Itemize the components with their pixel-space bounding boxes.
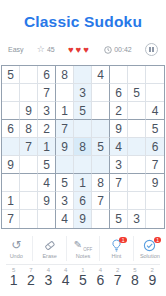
numpad-8[interactable]: 58 — [127, 267, 142, 288]
cell-r5c3[interactable]: 1 — [38, 138, 56, 156]
cell-r9c2[interactable] — [20, 210, 38, 228]
numpad-6-digit: 6 — [96, 273, 104, 288]
cell-r7c5[interactable]: 1 — [74, 174, 92, 192]
pause-button[interactable] — [145, 43, 158, 56]
numpad-7-digit: 7 — [114, 273, 122, 288]
erase-label: Erase — [42, 253, 56, 259]
cell-r7c6[interactable]: 8 — [92, 174, 110, 192]
cell-r9c6[interactable] — [92, 210, 110, 228]
cell-r7c8[interactable] — [128, 174, 146, 192]
toolbar: ↺ Undo Erase ✎OFF Notes 1 Hint 1 Soluti — [0, 236, 166, 261]
hint-badge: 1 — [119, 237, 127, 244]
cell-r4c9[interactable]: 5 — [146, 120, 164, 138]
timer: 00:42 — [104, 46, 132, 54]
page-title: Classic Sudoku — [0, 0, 166, 31]
solution-badge: 1 — [154, 237, 162, 244]
hint-button[interactable]: 1 Hint — [100, 236, 133, 261]
lightbulb-icon: 1 — [111, 239, 122, 252]
numpad-8-digit: 8 — [131, 273, 139, 288]
cell-r3c7[interactable]: 2 — [110, 102, 128, 120]
lives-hearts: ♥♥♥ — [68, 45, 91, 55]
cell-r7c4[interactable]: 5 — [56, 174, 74, 192]
cell-r4c7[interactable]: 9 — [110, 120, 128, 138]
cell-r8c8[interactable] — [128, 192, 146, 210]
solution-label: Solution — [140, 253, 160, 259]
numpad-5-digit: 5 — [79, 273, 87, 288]
cell-r8c3[interactable]: 9 — [38, 192, 56, 210]
cell-r9c5[interactable]: 9 — [74, 210, 92, 228]
notes-button[interactable]: ✎OFF Notes — [67, 236, 100, 261]
cell-r9c7[interactable]: 5 — [110, 210, 128, 228]
cell-r1c9[interactable] — [146, 66, 164, 84]
cell-r8c2[interactable] — [20, 192, 38, 210]
cell-r6c5[interactable] — [74, 156, 92, 174]
cell-r2c4[interactable] — [56, 84, 74, 102]
numpad-4-digit: 4 — [62, 273, 70, 288]
notes-label: Notes — [76, 253, 90, 259]
cell-r8c7[interactable] — [110, 192, 128, 210]
cell-r4c4[interactable]: 7 — [56, 120, 74, 138]
cell-r5c2[interactable]: 7 — [20, 138, 38, 156]
divider — [6, 264, 160, 265]
cell-r2c6[interactable] — [92, 84, 110, 102]
cell-r6c7[interactable]: 3 — [110, 156, 128, 174]
numpad-3[interactable]: 43 — [41, 267, 56, 288]
check-circle-icon: 1 — [143, 239, 156, 252]
sudoku-board: 5684736593152468279571985469537451879193… — [1, 65, 165, 229]
cell-r1c8[interactable] — [128, 66, 146, 84]
numpad-9[interactable]: 29 — [145, 267, 160, 288]
cell-r5c1[interactable] — [2, 138, 20, 156]
cell-r8c4[interactable]: 3 — [56, 192, 74, 210]
numpad: 517243441546275829 — [0, 267, 166, 288]
cell-r1c4[interactable]: 8 — [56, 66, 74, 84]
numpad-1-digit: 1 — [10, 273, 18, 288]
cell-r3c2[interactable]: 9 — [20, 102, 38, 120]
cell-r4c3[interactable]: 2 — [38, 120, 56, 138]
cell-r8c5[interactable]: 6 — [74, 192, 92, 210]
cell-r4c5[interactable] — [74, 120, 92, 138]
star-counter: ☆45 — [37, 45, 55, 54]
cell-r5c5[interactable]: 8 — [74, 138, 92, 156]
cell-r1c7[interactable] — [110, 66, 128, 84]
numpad-4[interactable]: 44 — [58, 267, 73, 288]
cell-r9c4[interactable]: 4 — [56, 210, 74, 228]
numpad-5[interactable]: 15 — [75, 267, 90, 288]
cell-r3c1[interactable] — [2, 102, 20, 120]
solution-button[interactable]: 1 Solution — [134, 236, 166, 261]
cell-r7c1[interactable] — [2, 174, 20, 192]
cell-r1c6[interactable]: 4 — [92, 66, 110, 84]
heart-icon: ♥ — [68, 44, 76, 55]
cell-r4c1[interactable]: 6 — [2, 120, 20, 138]
cell-r8c9[interactable] — [146, 192, 164, 210]
numpad-2[interactable]: 72 — [23, 267, 38, 288]
cell-r5c8[interactable] — [128, 138, 146, 156]
cell-r9c9[interactable] — [146, 210, 164, 228]
notes-state-tag: OFF — [83, 247, 92, 252]
pencil-icon: ✎OFF — [74, 239, 92, 252]
cell-r4c2[interactable]: 8 — [20, 120, 38, 138]
cell-r2c2[interactable] — [20, 84, 38, 102]
cell-r2c3[interactable]: 7 — [38, 84, 56, 102]
cell-r2c9[interactable] — [146, 84, 164, 102]
cell-r5c4[interactable]: 9 — [56, 138, 74, 156]
cell-r8c6[interactable]: 7 — [92, 192, 110, 210]
app-window: Classic Sudoku Easy ☆45 ♥♥♥ 00:42 568473… — [0, 0, 166, 296]
cell-r7c7[interactable]: 7 — [110, 174, 128, 192]
timer-value: 00:42 — [114, 46, 132, 53]
cell-r6c2[interactable] — [20, 156, 38, 174]
cell-r5c6[interactable]: 5 — [92, 138, 110, 156]
status-bar: Easy ☆45 ♥♥♥ 00:42 — [0, 42, 166, 57]
numpad-9-digit: 9 — [148, 273, 156, 288]
cell-r7c3[interactable]: 4 — [38, 174, 56, 192]
cell-r4c8[interactable] — [128, 120, 146, 138]
cell-r3c8[interactable] — [128, 102, 146, 120]
cell-r6c4[interactable] — [56, 156, 74, 174]
cell-r3c6[interactable] — [92, 102, 110, 120]
hint-label: Hint — [112, 253, 122, 259]
erase-button[interactable]: Erase — [33, 236, 66, 261]
cell-r1c3[interactable]: 6 — [38, 66, 56, 84]
cell-r1c5[interactable] — [74, 66, 92, 84]
numpad-6[interactable]: 46 — [93, 267, 108, 288]
cell-r5c9[interactable]: 6 — [146, 138, 164, 156]
undo-label: Undo — [10, 253, 23, 259]
cell-r9c1[interactable]: 7 — [2, 210, 20, 228]
numpad-2-digit: 2 — [27, 273, 35, 288]
cell-r2c1[interactable] — [2, 84, 20, 102]
cell-r3c9[interactable]: 4 — [146, 102, 164, 120]
cell-r9c8[interactable]: 3 — [128, 210, 146, 228]
cell-r2c8[interactable]: 5 — [128, 84, 146, 102]
cell-r2c7[interactable]: 6 — [110, 84, 128, 102]
cell-r6c6[interactable] — [92, 156, 110, 174]
clock-icon — [104, 46, 112, 54]
cell-r6c1[interactable]: 9 — [2, 156, 20, 174]
cell-r9c3[interactable] — [38, 210, 56, 228]
star-count: 45 — [47, 46, 55, 53]
cell-r6c3[interactable]: 5 — [38, 156, 56, 174]
cell-r2c5[interactable]: 3 — [74, 84, 92, 102]
cell-r5c7[interactable]: 4 — [110, 138, 128, 156]
numpad-7[interactable]: 27 — [110, 267, 125, 288]
heart-icon: ♥ — [83, 44, 91, 55]
star-icon: ☆ — [37, 45, 45, 54]
cell-r8c1[interactable]: 1 — [2, 192, 20, 210]
numpad-3-digit: 3 — [44, 273, 52, 288]
difficulty-label: Easy — [8, 46, 24, 53]
cell-r7c9[interactable]: 9 — [146, 174, 164, 192]
cell-r3c3[interactable]: 3 — [38, 102, 56, 120]
undo-icon: ↺ — [11, 239, 21, 252]
cell-r4c6[interactable] — [92, 120, 110, 138]
numpad-1[interactable]: 51 — [6, 267, 21, 288]
cell-r1c1[interactable]: 5 — [2, 66, 20, 84]
cell-r6c8[interactable] — [128, 156, 146, 174]
undo-button[interactable]: ↺ Undo — [0, 236, 33, 261]
cell-r3c5[interactable]: 5 — [74, 102, 92, 120]
cell-r1c2[interactable] — [20, 66, 38, 84]
cell-r3c4[interactable]: 1 — [56, 102, 74, 120]
cell-r7c2[interactable] — [20, 174, 38, 192]
eraser-icon — [43, 239, 56, 252]
cell-r6c9[interactable]: 7 — [146, 156, 164, 174]
